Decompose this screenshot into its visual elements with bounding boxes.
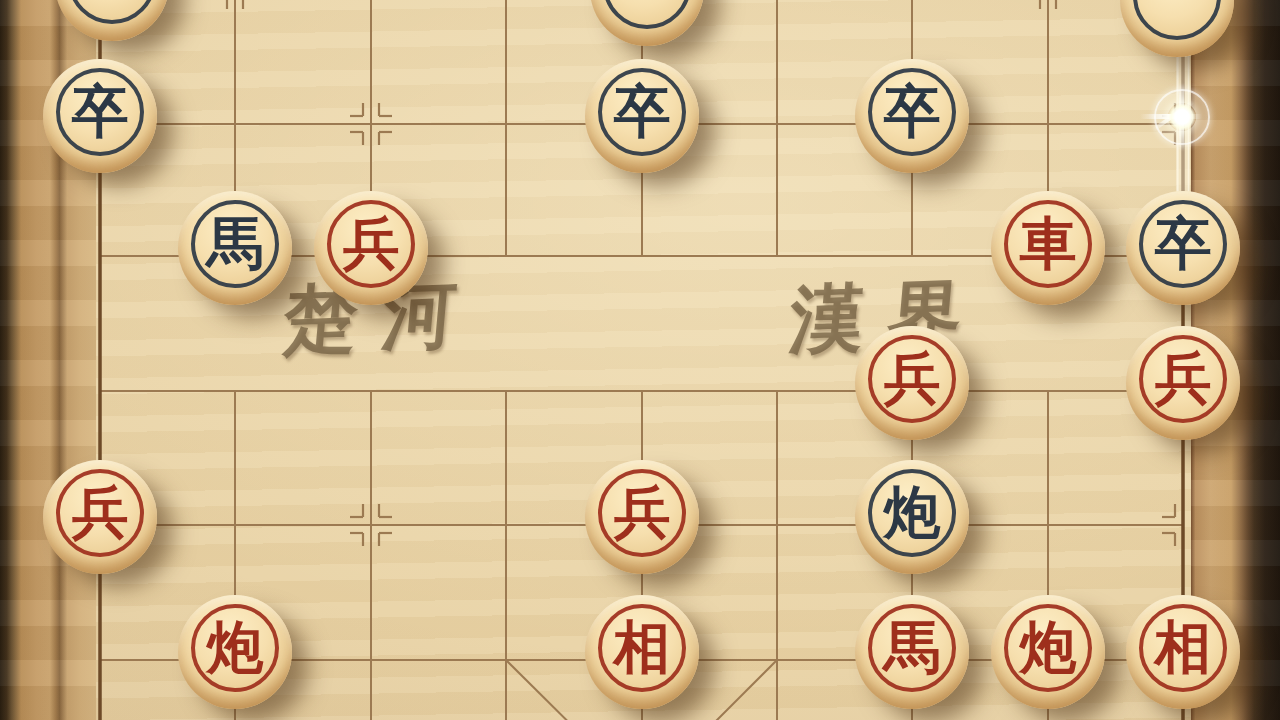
- piece-black-f2r4-馬[interactable]: 馬: [178, 191, 292, 305]
- piece-character: 兵: [43, 464, 157, 562]
- piece-character: 卒: [1126, 195, 1240, 293]
- piece-character: 炮: [855, 464, 969, 562]
- piece-character: 卒: [585, 63, 699, 161]
- piece-character: 相: [1126, 599, 1240, 697]
- piece-character: 兵: [585, 464, 699, 562]
- piece-character: 車: [991, 195, 1105, 293]
- piece-red-f3r4-兵[interactable]: 兵: [314, 191, 428, 305]
- piece-red-f7r7-馬[interactable]: 馬: [855, 595, 969, 709]
- piece-character: 馬: [855, 599, 969, 697]
- piece-red-f8r7-炮[interactable]: 炮: [991, 595, 1105, 709]
- piece-character: 兵: [855, 330, 969, 428]
- piece-red-f9r5-兵[interactable]: 兵: [1126, 326, 1240, 440]
- piece-black-f5r3-卒[interactable]: 卒: [585, 59, 699, 173]
- piece-character: 炮: [178, 599, 292, 697]
- piece-character: 相: [585, 599, 699, 697]
- piece-character: [590, 0, 704, 34]
- piece-character: 卒: [43, 63, 157, 161]
- piece-character: [55, 0, 169, 29]
- piece-character: 炮: [991, 599, 1105, 697]
- piece-character: 兵: [314, 195, 428, 293]
- xiangqi-board: 楚河 漢界 卒卒卒馬兵車卒兵兵兵兵炮炮相馬炮相: [0, 0, 1280, 720]
- piece-red-f1r6-兵[interactable]: 兵: [43, 460, 157, 574]
- piece-red-f9r7-相[interactable]: 相: [1126, 595, 1240, 709]
- piece-red-f7r5-兵[interactable]: 兵: [855, 326, 969, 440]
- piece-character: [1120, 0, 1234, 45]
- piece-black-f1r3-卒[interactable]: 卒: [43, 59, 157, 173]
- piece-character: 兵: [1126, 330, 1240, 428]
- piece-black-f7r6-炮[interactable]: 炮: [855, 460, 969, 574]
- piece-black-f7r3-卒[interactable]: 卒: [855, 59, 969, 173]
- piece-character: 卒: [855, 63, 969, 161]
- piece-red-f2r7-炮[interactable]: 炮: [178, 595, 292, 709]
- piece-red-f5r7-相[interactable]: 相: [585, 595, 699, 709]
- piece-black-f9r4-卒[interactable]: 卒: [1126, 191, 1240, 305]
- piece-red-f5r6-兵[interactable]: 兵: [585, 460, 699, 574]
- piece-red-f8r4-車[interactable]: 車: [991, 191, 1105, 305]
- piece-character: 馬: [178, 195, 292, 293]
